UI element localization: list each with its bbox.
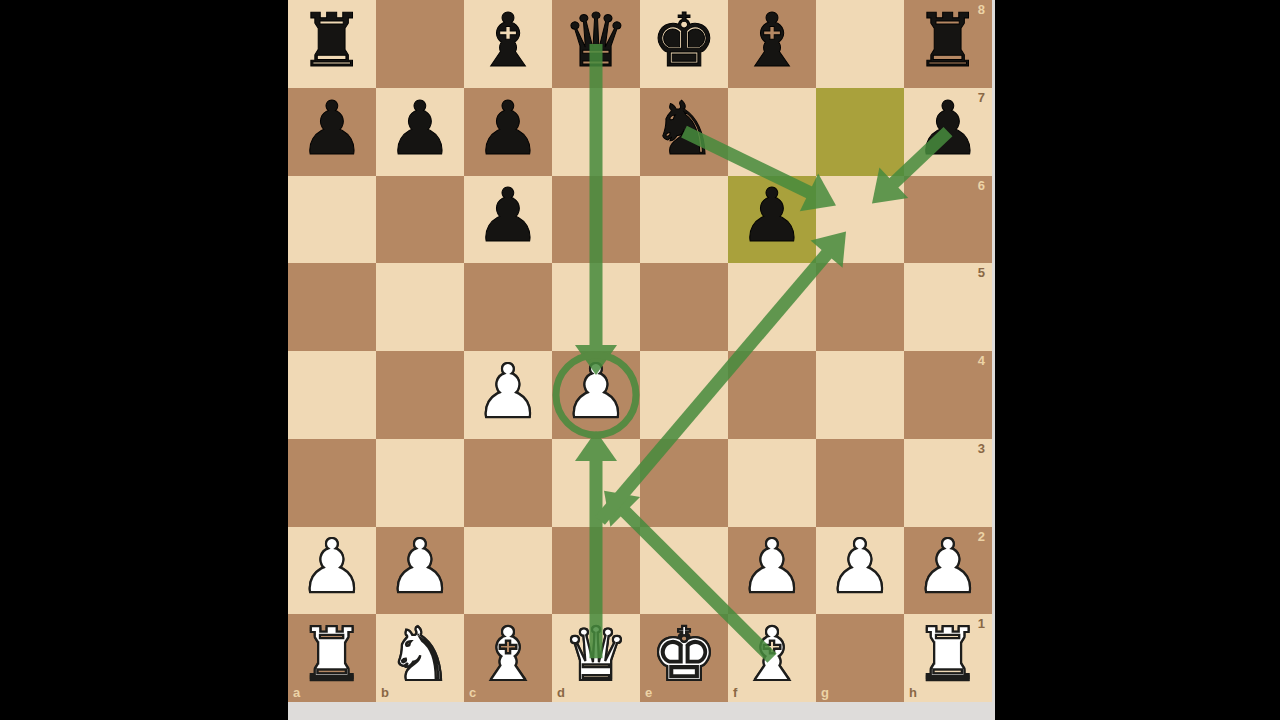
file-label-g: g <box>821 686 829 699</box>
square-b6[interactable] <box>376 176 464 264</box>
square-c8[interactable]: ♝ <box>464 0 552 88</box>
rank-label-5: 5 <box>978 266 985 279</box>
square-b7[interactable]: ♟ <box>376 88 464 176</box>
piece-black-pawn[interactable]: ♟ <box>299 91 365 165</box>
square-d6[interactable] <box>552 176 640 264</box>
square-a6[interactable] <box>288 176 376 264</box>
piece-black-pawn[interactable]: ♟ <box>475 91 541 165</box>
piece-black-rook[interactable]: ♜ <box>299 3 365 77</box>
square-c5[interactable] <box>464 263 552 351</box>
rank-label-1: 1 <box>978 617 985 630</box>
square-a4[interactable] <box>288 351 376 439</box>
square-b2[interactable]: ♟ <box>376 527 464 615</box>
square-b1[interactable]: ♞ <box>376 614 464 702</box>
square-g3[interactable] <box>816 439 904 527</box>
square-e4[interactable] <box>640 351 728 439</box>
piece-black-knight[interactable]: ♞ <box>651 91 717 165</box>
file-label-e: e <box>645 686 652 699</box>
piece-white-pawn[interactable]: ♟ <box>739 529 805 603</box>
square-g2[interactable]: ♟ <box>816 527 904 615</box>
piece-white-pawn[interactable]: ♟ <box>563 354 629 428</box>
square-e7[interactable]: ♞ <box>640 88 728 176</box>
square-c2[interactable] <box>464 527 552 615</box>
square-g6[interactable] <box>816 176 904 264</box>
piece-white-queen[interactable]: ♛ <box>563 617 629 691</box>
square-d7[interactable] <box>552 88 640 176</box>
square-g8[interactable] <box>816 0 904 88</box>
square-b3[interactable] <box>376 439 464 527</box>
piece-black-king[interactable]: ♚ <box>651 3 717 77</box>
rank-label-3: 3 <box>978 442 985 455</box>
piece-white-bishop[interactable]: ♝ <box>475 617 541 691</box>
piece-black-pawn[interactable]: ♟ <box>475 178 541 252</box>
square-e2[interactable] <box>640 527 728 615</box>
square-d3[interactable] <box>552 439 640 527</box>
square-b8[interactable] <box>376 0 464 88</box>
square-d8[interactable]: ♛ <box>552 0 640 88</box>
piece-black-bishop[interactable]: ♝ <box>475 3 541 77</box>
square-c6[interactable]: ♟ <box>464 176 552 264</box>
board-mat: ♜♝♛♚♝♜♟♟♟♞♟♟♟♟♟♟♟♟♟♟♜♞♝♛♚♝♜ 87654321abcd… <box>288 0 995 720</box>
square-d1[interactable]: ♛ <box>552 614 640 702</box>
square-d2[interactable] <box>552 527 640 615</box>
square-b4[interactable] <box>376 351 464 439</box>
square-c3[interactable] <box>464 439 552 527</box>
file-label-c: c <box>469 686 476 699</box>
square-f4[interactable] <box>728 351 816 439</box>
rank-label-7: 7 <box>978 91 985 104</box>
square-f3[interactable] <box>728 439 816 527</box>
piece-white-pawn[interactable]: ♟ <box>387 529 453 603</box>
square-f7[interactable] <box>728 88 816 176</box>
file-label-h: h <box>909 686 917 699</box>
square-f1[interactable]: ♝ <box>728 614 816 702</box>
file-label-a: a <box>293 686 300 699</box>
piece-white-pawn[interactable]: ♟ <box>299 529 365 603</box>
rank-label-2: 2 <box>978 530 985 543</box>
rank-label-6: 6 <box>978 179 985 192</box>
piece-white-pawn[interactable]: ♟ <box>475 354 541 428</box>
piece-black-rook[interactable]: ♜ <box>915 3 981 77</box>
square-c1[interactable]: ♝ <box>464 614 552 702</box>
piece-white-rook[interactable]: ♜ <box>915 617 981 691</box>
piece-black-bishop[interactable]: ♝ <box>739 3 805 77</box>
square-g5[interactable] <box>816 263 904 351</box>
rank-label-8: 8 <box>978 3 985 16</box>
square-f2[interactable]: ♟ <box>728 527 816 615</box>
square-a7[interactable]: ♟ <box>288 88 376 176</box>
file-label-b: b <box>381 686 389 699</box>
square-e8[interactable]: ♚ <box>640 0 728 88</box>
piece-black-pawn[interactable]: ♟ <box>915 91 981 165</box>
piece-white-bishop[interactable]: ♝ <box>739 617 805 691</box>
piece-black-pawn[interactable]: ♟ <box>739 178 805 252</box>
piece-white-knight[interactable]: ♞ <box>387 617 453 691</box>
file-label-d: d <box>557 686 565 699</box>
square-e5[interactable] <box>640 263 728 351</box>
square-d5[interactable] <box>552 263 640 351</box>
square-c7[interactable]: ♟ <box>464 88 552 176</box>
square-a1[interactable]: ♜ <box>288 614 376 702</box>
square-e1[interactable]: ♚ <box>640 614 728 702</box>
square-c4[interactable]: ♟ <box>464 351 552 439</box>
square-a2[interactable]: ♟ <box>288 527 376 615</box>
square-f8[interactable]: ♝ <box>728 0 816 88</box>
square-g4[interactable] <box>816 351 904 439</box>
piece-black-pawn[interactable]: ♟ <box>387 91 453 165</box>
square-g7[interactable] <box>816 88 904 176</box>
square-a8[interactable]: ♜ <box>288 0 376 88</box>
square-f6[interactable]: ♟ <box>728 176 816 264</box>
square-b5[interactable] <box>376 263 464 351</box>
piece-white-rook[interactable]: ♜ <box>299 617 365 691</box>
square-a3[interactable] <box>288 439 376 527</box>
square-e6[interactable] <box>640 176 728 264</box>
piece-white-king[interactable]: ♚ <box>651 617 717 691</box>
piece-white-pawn[interactable]: ♟ <box>827 529 893 603</box>
file-label-f: f <box>733 686 737 699</box>
square-g1[interactable] <box>816 614 904 702</box>
square-d4[interactable]: ♟ <box>552 351 640 439</box>
piece-white-pawn[interactable]: ♟ <box>915 529 981 603</box>
square-f5[interactable] <box>728 263 816 351</box>
chess-board: ♜♝♛♚♝♜♟♟♟♞♟♟♟♟♟♟♟♟♟♟♜♞♝♛♚♝♜ <box>288 0 992 702</box>
square-a5[interactable] <box>288 263 376 351</box>
square-e3[interactable] <box>640 439 728 527</box>
rank-label-4: 4 <box>978 354 985 367</box>
piece-black-queen[interactable]: ♛ <box>563 3 629 77</box>
